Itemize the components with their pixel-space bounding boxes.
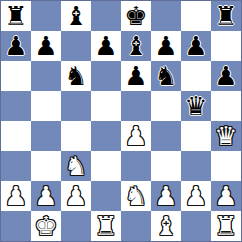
square-d2[interactable]: [91, 181, 121, 211]
square-a7[interactable]: ♟: [1, 31, 31, 61]
black-pawn[interactable]: ♟: [154, 33, 177, 59]
chess-board[interactable]: ♜♝♚♜♟♟♟♝♟♟♞♟♞♟♛♟♛♞♟♟♟♞♟♟♟♚♜♝♜: [0, 0, 242, 242]
square-b5[interactable]: [31, 91, 61, 121]
square-e2[interactable]: ♞: [121, 181, 151, 211]
square-b3[interactable]: [31, 151, 61, 181]
square-c8[interactable]: ♝: [61, 1, 91, 31]
black-pawn[interactable]: ♟: [34, 33, 57, 59]
square-g4[interactable]: [181, 121, 211, 151]
white-knight[interactable]: ♞: [124, 183, 147, 209]
square-e8[interactable]: ♚: [121, 1, 151, 31]
square-f6[interactable]: ♞: [151, 61, 181, 91]
square-h7[interactable]: [211, 31, 241, 61]
square-b8[interactable]: [31, 1, 61, 31]
square-b4[interactable]: [31, 121, 61, 151]
square-c4[interactable]: [61, 121, 91, 151]
black-knight[interactable]: ♞: [64, 63, 87, 89]
white-pawn[interactable]: ♟: [124, 123, 147, 149]
square-f7[interactable]: ♟: [151, 31, 181, 61]
white-pawn[interactable]: ♟: [34, 183, 57, 209]
square-a3[interactable]: [1, 151, 31, 181]
square-d1[interactable]: ♜: [91, 211, 121, 241]
black-pawn[interactable]: ♟: [124, 63, 147, 89]
square-e5[interactable]: [121, 91, 151, 121]
square-d8[interactable]: [91, 1, 121, 31]
square-f1[interactable]: ♝: [151, 211, 181, 241]
square-f4[interactable]: [151, 121, 181, 151]
square-e7[interactable]: ♝: [121, 31, 151, 61]
square-e4[interactable]: ♟: [121, 121, 151, 151]
square-b6[interactable]: [31, 61, 61, 91]
square-f2[interactable]: ♟: [151, 181, 181, 211]
square-a4[interactable]: [1, 121, 31, 151]
square-f8[interactable]: [151, 1, 181, 31]
square-g5[interactable]: ♛: [181, 91, 211, 121]
square-c2[interactable]: ♟: [61, 181, 91, 211]
square-d7[interactable]: ♟: [91, 31, 121, 61]
white-rook[interactable]: ♜: [94, 213, 117, 239]
square-d6[interactable]: [91, 61, 121, 91]
white-queen[interactable]: ♛: [214, 123, 237, 149]
black-queen[interactable]: ♛: [184, 93, 207, 119]
square-e1[interactable]: [121, 211, 151, 241]
white-pawn[interactable]: ♟: [64, 183, 87, 209]
square-g1[interactable]: [181, 211, 211, 241]
white-pawn[interactable]: ♟: [154, 183, 177, 209]
black-king[interactable]: ♚: [124, 3, 147, 29]
white-pawn[interactable]: ♟: [184, 183, 207, 209]
square-h6[interactable]: ♟: [211, 61, 241, 91]
white-pawn[interactable]: ♟: [214, 183, 237, 209]
square-h3[interactable]: [211, 151, 241, 181]
square-d4[interactable]: [91, 121, 121, 151]
square-d3[interactable]: [91, 151, 121, 181]
square-c6[interactable]: ♞: [61, 61, 91, 91]
white-bishop[interactable]: ♝: [154, 213, 177, 239]
white-pawn[interactable]: ♟: [4, 183, 27, 209]
square-a2[interactable]: ♟: [1, 181, 31, 211]
square-g6[interactable]: [181, 61, 211, 91]
square-g8[interactable]: [181, 1, 211, 31]
black-rook[interactable]: ♜: [4, 3, 27, 29]
square-e6[interactable]: ♟: [121, 61, 151, 91]
white-knight[interactable]: ♞: [64, 153, 87, 179]
square-g3[interactable]: [181, 151, 211, 181]
square-c1[interactable]: [61, 211, 91, 241]
square-g2[interactable]: ♟: [181, 181, 211, 211]
square-b2[interactable]: ♟: [31, 181, 61, 211]
square-c7[interactable]: [61, 31, 91, 61]
black-pawn[interactable]: ♟: [184, 33, 207, 59]
square-d5[interactable]: [91, 91, 121, 121]
black-pawn[interactable]: ♟: [4, 33, 27, 59]
black-bishop[interactable]: ♝: [124, 33, 147, 59]
black-knight[interactable]: ♞: [154, 63, 177, 89]
white-rook[interactable]: ♜: [214, 213, 237, 239]
square-h5[interactable]: [211, 91, 241, 121]
square-a5[interactable]: [1, 91, 31, 121]
square-e3[interactable]: [121, 151, 151, 181]
square-h2[interactable]: ♟: [211, 181, 241, 211]
square-a6[interactable]: [1, 61, 31, 91]
square-b7[interactable]: ♟: [31, 31, 61, 61]
square-h4[interactable]: ♛: [211, 121, 241, 151]
square-a1[interactable]: [1, 211, 31, 241]
square-g7[interactable]: ♟: [181, 31, 211, 61]
black-rook[interactable]: ♜: [214, 3, 237, 29]
square-f3[interactable]: [151, 151, 181, 181]
square-b1[interactable]: ♚: [31, 211, 61, 241]
black-bishop[interactable]: ♝: [64, 3, 87, 29]
black-pawn[interactable]: ♟: [214, 63, 237, 89]
square-a8[interactable]: ♜: [1, 1, 31, 31]
square-h1[interactable]: ♜: [211, 211, 241, 241]
square-c3[interactable]: ♞: [61, 151, 91, 181]
black-pawn[interactable]: ♟: [94, 33, 117, 59]
square-c5[interactable]: [61, 91, 91, 121]
square-h8[interactable]: ♜: [211, 1, 241, 31]
white-king[interactable]: ♚: [34, 213, 57, 239]
square-f5[interactable]: [151, 91, 181, 121]
